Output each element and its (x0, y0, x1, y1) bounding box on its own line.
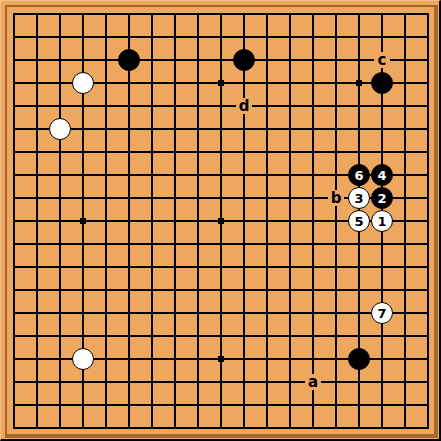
grid-line-vertical-10 (243, 13, 245, 429)
label-point-c: c (374, 52, 390, 68)
stone-black (118, 49, 140, 71)
star-point (218, 218, 224, 224)
grid-line-horizontal-11 (13, 266, 429, 268)
label-point-d: d (236, 98, 252, 114)
star-point (218, 356, 224, 362)
grid-line-horizontal-18 (13, 427, 429, 429)
go-board: abcd6432517 (0, 0, 441, 441)
stone-black-move-4: 4 (371, 164, 393, 186)
star-point (80, 218, 86, 224)
grid-line-vertical-12 (289, 13, 291, 429)
grid-line-vertical-18 (427, 13, 429, 429)
stone-white (49, 118, 71, 140)
stone-black (371, 72, 393, 94)
stone-white-move-7: 7 (371, 302, 393, 324)
stone-white-move-3: 3 (348, 187, 370, 209)
stone-black (233, 49, 255, 71)
stone-black (348, 348, 370, 370)
stone-black-move-2: 2 (371, 187, 393, 209)
grid-line-horizontal-10 (13, 243, 429, 245)
grid-line-horizontal-16 (13, 381, 429, 383)
grid-line-horizontal-12 (13, 289, 429, 291)
grid-line-horizontal-13 (13, 312, 429, 314)
grid-line-vertical-11 (266, 13, 268, 429)
grid-line-vertical-17 (404, 13, 406, 429)
star-point (356, 80, 362, 86)
grid-line-horizontal-17 (13, 404, 429, 406)
grid-line-horizontal-14 (13, 335, 429, 337)
grid-line-vertical-14 (335, 13, 337, 429)
star-point (218, 80, 224, 86)
stone-white-move-1: 1 (371, 210, 393, 232)
label-point-b: b (328, 190, 344, 206)
label-point-a: a (305, 374, 321, 390)
stone-white-move-5: 5 (348, 210, 370, 232)
stone-white (72, 72, 94, 94)
stone-black-move-6: 6 (348, 164, 370, 186)
grid-line-vertical-13 (312, 13, 314, 429)
stone-white (72, 348, 94, 370)
